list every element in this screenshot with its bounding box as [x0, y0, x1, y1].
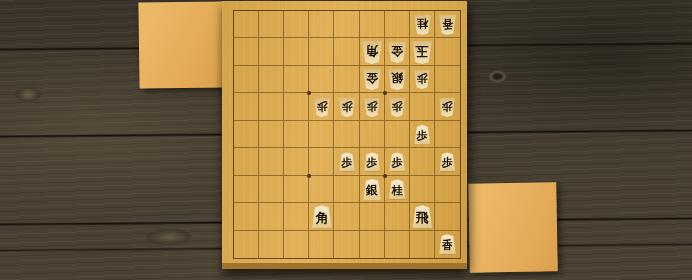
board-square[interactable] [234, 231, 259, 258]
board-grid[interactable]: 香桂玉金角歩銀金歩歩歩歩歩歩歩歩歩歩桂銀飛角香 [233, 10, 461, 259]
board-square[interactable] [435, 38, 460, 65]
board-square[interactable] [410, 93, 435, 120]
table-surface: 香桂玉金角歩銀金歩歩歩歩歩歩歩歩歩歩桂銀飛角香 [0, 0, 692, 280]
board-square[interactable] [309, 11, 334, 38]
shogi-piece-pawn-gote[interactable]: 歩 [339, 98, 355, 117]
board-square[interactable] [284, 93, 309, 120]
hoshi-dot [383, 174, 387, 178]
board-square[interactable] [234, 148, 259, 175]
board-square[interactable] [234, 203, 259, 230]
board-square[interactable] [284, 231, 309, 258]
board-square[interactable] [284, 148, 309, 175]
board-square[interactable] [385, 231, 410, 258]
board-square[interactable] [284, 121, 309, 148]
board-square[interactable] [234, 66, 259, 93]
board-square[interactable] [234, 121, 259, 148]
board-square[interactable] [259, 148, 284, 175]
wood-knot [488, 70, 507, 83]
board-square[interactable] [309, 121, 334, 148]
board-square[interactable] [259, 121, 284, 148]
board-square[interactable] [334, 11, 359, 38]
board-square[interactable] [259, 66, 284, 93]
board-square[interactable] [360, 11, 385, 38]
board-square[interactable] [410, 148, 435, 175]
board-square[interactable] [259, 38, 284, 65]
board-square[interactable] [259, 231, 284, 258]
board-square[interactable] [234, 38, 259, 65]
board-square[interactable] [259, 93, 284, 120]
board-square[interactable] [309, 231, 334, 258]
board-square[interactable] [334, 121, 359, 148]
board-square[interactable] [385, 11, 410, 38]
board-square[interactable] [385, 203, 410, 230]
board-square[interactable] [259, 11, 284, 38]
hoshi-dot [307, 91, 311, 95]
board-square[interactable] [309, 38, 334, 65]
board-square[interactable] [410, 231, 435, 258]
hoshi-dot [307, 174, 311, 178]
board-square[interactable] [410, 176, 435, 203]
board-square[interactable] [234, 93, 259, 120]
wood-knot [146, 228, 192, 246]
board-square[interactable] [435, 121, 460, 148]
board-square[interactable] [284, 203, 309, 230]
board-square[interactable] [234, 11, 259, 38]
board-square[interactable] [284, 66, 309, 93]
board-square[interactable] [435, 203, 460, 230]
board-square[interactable] [259, 176, 284, 203]
komadai-left[interactable] [138, 1, 224, 88]
board-square[interactable] [309, 66, 334, 93]
board-square[interactable] [360, 231, 385, 258]
board-square[interactable] [309, 148, 334, 175]
board-square[interactable] [435, 176, 460, 203]
board-square[interactable] [385, 121, 410, 148]
board-square[interactable] [435, 66, 460, 93]
board-square[interactable] [259, 203, 284, 230]
board-square[interactable] [309, 176, 334, 203]
board-square[interactable] [334, 176, 359, 203]
shogi-board: 香桂玉金角歩銀金歩歩歩歩歩歩歩歩歩歩桂銀飛角香 [222, 1, 467, 269]
board-square[interactable] [234, 176, 259, 203]
board-square[interactable] [334, 66, 359, 93]
wood-knot [14, 86, 42, 103]
komadai-right[interactable] [468, 182, 558, 273]
board-square[interactable] [284, 38, 309, 65]
board-square[interactable] [360, 203, 385, 230]
board-square[interactable] [334, 203, 359, 230]
board-square[interactable] [360, 121, 385, 148]
board-square[interactable] [284, 11, 309, 38]
board-square[interactable] [334, 231, 359, 258]
hoshi-dot [383, 91, 387, 95]
board-square[interactable] [284, 176, 309, 203]
board-square[interactable] [334, 38, 359, 65]
